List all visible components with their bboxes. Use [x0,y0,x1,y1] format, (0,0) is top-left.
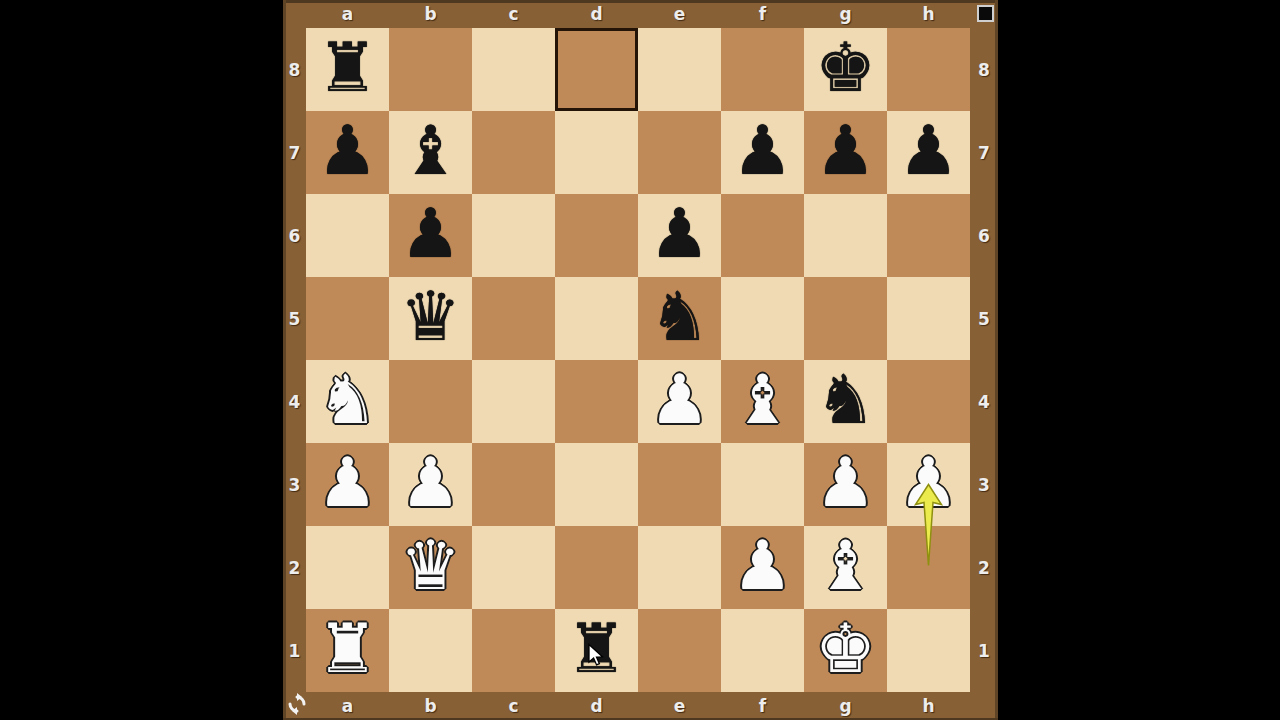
square-e3[interactable] [638,443,721,526]
square-c4[interactable] [472,360,555,443]
square-e6[interactable]: ♟ [638,194,721,277]
chess-board: abcdefgh abcdefgh 87654321 87654321 ♜♚♟♝… [283,0,998,720]
square-h5[interactable] [887,277,970,360]
rank-label-2: 2 [970,526,998,609]
square-h2[interactable] [887,526,970,609]
rank-label-8: 8 [283,28,306,111]
square-a1[interactable]: ♜ [306,609,389,692]
rank-label-6: 6 [970,194,998,277]
square-e4[interactable]: ♟ [638,360,721,443]
file-label-f: f [721,692,804,720]
white-pawn[interactable]: ♟ [306,443,389,526]
square-e8[interactable] [638,28,721,111]
square-b5[interactable]: ♛ [389,277,472,360]
square-d6[interactable] [555,194,638,277]
square-d3[interactable] [555,443,638,526]
black-knight[interactable]: ♞ [804,360,887,443]
white-king[interactable]: ♚ [804,609,887,692]
square-g7[interactable]: ♟ [804,111,887,194]
square-h4[interactable] [887,360,970,443]
white-pawn[interactable]: ♟ [887,443,970,526]
square-f4[interactable]: ♝ [721,360,804,443]
square-b3[interactable]: ♟ [389,443,472,526]
rank-label-6: 6 [283,194,306,277]
square-b4[interactable] [389,360,472,443]
white-pawn[interactable]: ♟ [804,443,887,526]
square-f1[interactable] [721,609,804,692]
white-rook[interactable]: ♜ [306,609,389,692]
rank-labels-right: 87654321 [970,28,998,692]
square-f3[interactable] [721,443,804,526]
rank-label-4: 4 [283,360,306,443]
square-b8[interactable] [389,28,472,111]
white-knight[interactable]: ♞ [306,360,389,443]
black-pawn[interactable]: ♟ [887,111,970,194]
video-frame: abcdefgh abcdefgh 87654321 87654321 ♜♚♟♝… [0,0,1280,720]
square-g1[interactable]: ♚ [804,609,887,692]
file-label-h: h [887,692,970,720]
file-label-a: a [306,692,389,720]
white-pawn[interactable]: ♟ [638,360,721,443]
rank-label-5: 5 [970,277,998,360]
black-queen[interactable]: ♛ [389,277,472,360]
rank-label-2: 2 [283,526,306,609]
square-g5[interactable] [804,277,887,360]
black-bishop[interactable]: ♝ [389,111,472,194]
square-e5[interactable]: ♞ [638,277,721,360]
square-a4[interactable]: ♞ [306,360,389,443]
square-h8[interactable] [887,28,970,111]
square-a3[interactable]: ♟ [306,443,389,526]
rank-label-3: 3 [283,443,306,526]
board-squares: ♜♚♟♝♟♟♟♟♟♛♞♞♟♝♞♟♟♟♟♛♟♝♜♜♚ [306,28,970,692]
file-label-g: g [804,0,887,28]
rank-label-7: 7 [970,111,998,194]
white-bishop[interactable]: ♝ [804,526,887,609]
square-g3[interactable]: ♟ [804,443,887,526]
square-e1[interactable] [638,609,721,692]
black-rook[interactable]: ♜ [555,609,638,692]
square-c8[interactable] [472,28,555,111]
square-b7[interactable]: ♝ [389,111,472,194]
rank-label-3: 3 [970,443,998,526]
square-f7[interactable]: ♟ [721,111,804,194]
square-h6[interactable] [887,194,970,277]
black-pawn[interactable]: ♟ [804,111,887,194]
black-pawn[interactable]: ♟ [306,111,389,194]
square-h7[interactable]: ♟ [887,111,970,194]
file-label-c: c [472,0,555,28]
square-d8[interactable] [555,28,638,111]
square-b1[interactable] [389,609,472,692]
file-labels-bottom: abcdefgh [306,692,970,720]
file-label-b: b [389,0,472,28]
black-pawn[interactable]: ♟ [389,194,472,277]
file-label-d: d [555,0,638,28]
square-c2[interactable] [472,526,555,609]
square-c6[interactable] [472,194,555,277]
square-c5[interactable] [472,277,555,360]
file-label-f: f [721,0,804,28]
square-d2[interactable] [555,526,638,609]
stop-square-icon[interactable] [977,5,994,22]
square-h3[interactable]: ♟ [887,443,970,526]
square-f6[interactable] [721,194,804,277]
file-label-e: e [638,692,721,720]
black-pawn[interactable]: ♟ [721,111,804,194]
square-e2[interactable] [638,526,721,609]
white-bishop[interactable]: ♝ [721,360,804,443]
rank-label-5: 5 [283,277,306,360]
black-knight[interactable]: ♞ [638,277,721,360]
flip-board-icon[interactable] [286,693,308,715]
square-g2[interactable]: ♝ [804,526,887,609]
file-labels-top: abcdefgh [306,0,970,28]
file-label-d: d [555,692,638,720]
square-c1[interactable] [472,609,555,692]
file-label-a: a [306,0,389,28]
square-d7[interactable] [555,111,638,194]
rank-label-8: 8 [970,28,998,111]
file-label-b: b [389,692,472,720]
rank-label-7: 7 [283,111,306,194]
square-f2[interactable]: ♟ [721,526,804,609]
file-label-g: g [804,692,887,720]
white-pawn[interactable]: ♟ [389,443,472,526]
square-d4[interactable] [555,360,638,443]
square-c3[interactable] [472,443,555,526]
square-a6[interactable] [306,194,389,277]
square-g8[interactable]: ♚ [804,28,887,111]
square-a5[interactable] [306,277,389,360]
white-queen[interactable]: ♛ [389,526,472,609]
square-e7[interactable] [638,111,721,194]
rank-labels-left: 87654321 [283,28,306,692]
black-pawn[interactable]: ♟ [638,194,721,277]
square-f8[interactable] [721,28,804,111]
square-g4[interactable]: ♞ [804,360,887,443]
square-a7[interactable]: ♟ [306,111,389,194]
square-h1[interactable] [887,609,970,692]
square-c7[interactable] [472,111,555,194]
white-pawn[interactable]: ♟ [721,526,804,609]
file-label-h: h [887,0,970,28]
rank-label-1: 1 [283,609,306,692]
square-f5[interactable] [721,277,804,360]
square-b2[interactable]: ♛ [389,526,472,609]
square-d1[interactable]: ♜ [555,609,638,692]
file-label-e: e [638,0,721,28]
square-a8[interactable]: ♜ [306,28,389,111]
square-a2[interactable] [306,526,389,609]
rank-label-4: 4 [970,360,998,443]
square-g6[interactable] [804,194,887,277]
square-b6[interactable]: ♟ [389,194,472,277]
black-king[interactable]: ♚ [804,28,887,111]
square-d5[interactable] [555,277,638,360]
file-label-c: c [472,692,555,720]
rank-label-1: 1 [970,609,998,692]
black-rook[interactable]: ♜ [306,28,389,111]
